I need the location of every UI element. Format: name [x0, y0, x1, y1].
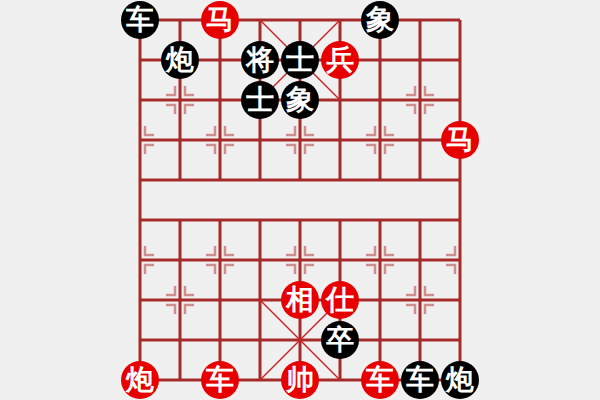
piece-black-pawn[interactable]: 卒: [321, 321, 359, 359]
piece-black-advisor[interactable]: 士: [241, 81, 279, 119]
piece-black-cannon[interactable]: 炮: [441, 361, 479, 399]
piece-red-king[interactable]: 帅: [281, 361, 319, 399]
piece-red-chariot[interactable]: 车: [361, 361, 399, 399]
piece-black-elephant[interactable]: 象: [361, 1, 399, 39]
piece-red-horse[interactable]: 马: [201, 1, 239, 39]
piece-black-king[interactable]: 将: [241, 41, 279, 79]
piece-red-chariot[interactable]: 车: [201, 361, 239, 399]
piece-red-horse[interactable]: 马: [441, 121, 479, 159]
piece-red-advisor[interactable]: 仕: [321, 281, 359, 319]
xiangqi-board[interactable]: 车马象炮将士兵士象马相仕卒炮车帅车车炮: [0, 0, 600, 400]
piece-black-chariot[interactable]: 车: [401, 361, 439, 399]
piece-black-cannon[interactable]: 炮: [161, 41, 199, 79]
piece-red-elephant[interactable]: 相: [281, 281, 319, 319]
piece-black-chariot[interactable]: 车: [121, 1, 159, 39]
piece-red-cannon[interactable]: 炮: [121, 361, 159, 399]
piece-black-advisor[interactable]: 士: [281, 41, 319, 79]
piece-layer: 车马象炮将士兵士象马相仕卒炮车帅车车炮: [120, 0, 480, 400]
piece-black-elephant[interactable]: 象: [281, 81, 319, 119]
piece-red-pawn[interactable]: 兵: [321, 41, 359, 79]
